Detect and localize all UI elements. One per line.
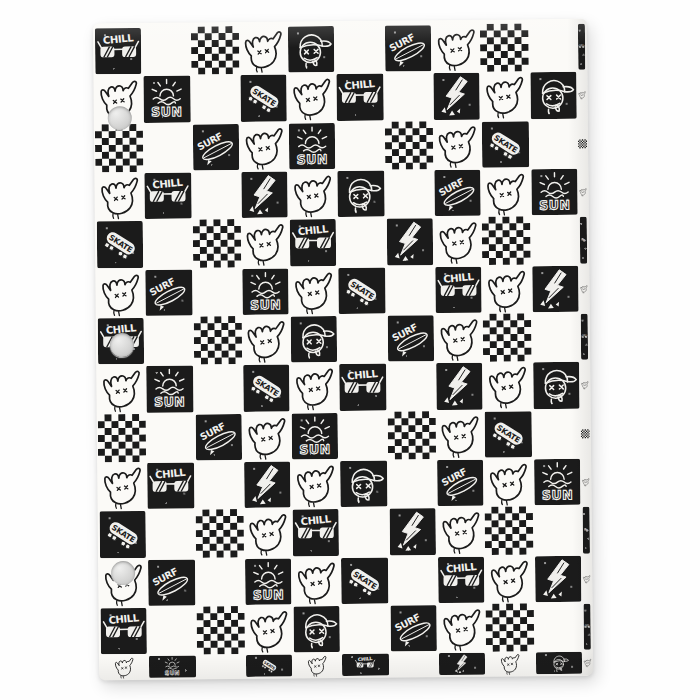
pattern-cell-face-r13c5 (293, 605, 342, 654)
black-square: SKATE (485, 411, 532, 458)
pattern-cell-checker-r7c3 (193, 316, 242, 365)
pattern-cell-shaka-r8c1 (97, 365, 146, 414)
chill-sunglasses-icon: CHILL (145, 172, 192, 219)
binder-hole (111, 561, 135, 585)
pattern-cell-face-r7c5 (290, 315, 339, 364)
chill-label: CHILL (446, 561, 478, 575)
pattern-cell-chill-r4c2: CHILL (144, 171, 193, 220)
black-square: SUN (534, 459, 581, 506)
pattern-cell-shaka-r5c8 (434, 217, 483, 266)
shaka-hand-icon (432, 24, 481, 73)
shaka-hand-icon (582, 554, 591, 602)
shaka-hand-icon (580, 361, 589, 409)
skater-face-icon (341, 461, 388, 508)
mini-checkerboard (483, 313, 532, 362)
shaka-hand-icon (240, 122, 289, 171)
surfboard-icon: SURF (146, 269, 193, 316)
pattern-cell-surf-r4c8: SURF (433, 169, 482, 218)
pattern-cell-shaka-r12c11 (582, 554, 591, 602)
black-square: SUN (531, 169, 578, 216)
pattern-cell-shaka-r12c9 (485, 555, 534, 604)
black-square: SURF (434, 170, 481, 217)
pattern-cell-surf-r10c8: SURF (436, 459, 485, 508)
pattern-cell-bolt-r10c4 (243, 461, 292, 510)
sun-label: SUN (250, 297, 281, 312)
pattern-cell-blank-r12c3 (196, 558, 245, 607)
lightning-bolt-icon (387, 219, 434, 266)
black-square: SURF (195, 414, 242, 461)
black-square: SURF (146, 269, 193, 316)
pattern-cell-blank-r11c6 (340, 508, 389, 557)
pattern-cell-shaka-r10c5 (291, 460, 340, 509)
chill-sunglasses-icon: CHILL (95, 28, 142, 75)
black-square: CHILL (147, 463, 194, 510)
pattern-cell-shaka-r9c4 (242, 412, 291, 461)
surfboard-icon: SURF (192, 124, 239, 171)
black-square (288, 26, 335, 73)
pattern-cell-shaka-r6c9 (483, 265, 532, 314)
pattern-cell-blank-r5c10 (530, 216, 579, 265)
product-photo: CHILLSURFCHILLSUNSKATECHILLSURFSUNSKATEC… (0, 0, 700, 700)
skater-face-icon (338, 171, 385, 218)
shaka-hand-icon (289, 267, 338, 316)
mini-checkerboard (387, 411, 436, 460)
pattern-cell-shaka-r4c9 (482, 168, 531, 217)
pattern-cell-surf-r1c7: SURF (384, 24, 433, 73)
pattern-cell-checker-r13c3 (196, 606, 245, 655)
pattern-cell-sun-r2c2: SUN (143, 75, 192, 124)
sun-label: SUN (253, 587, 284, 602)
chill-label: CHILL (298, 224, 330, 238)
shaka-hand-icon (239, 26, 288, 75)
pattern-cell-skate-r11c11: SKATE (581, 506, 590, 554)
sun-waves-icon: SUN (289, 123, 336, 170)
pattern-cell-skate-r9c9: SKATE (484, 410, 533, 459)
pattern-cell-sun-r14c2: SUN (148, 655, 197, 679)
chill-label: CHILL (108, 612, 140, 626)
lightning-bolt-icon (389, 509, 436, 556)
sun-label: SUN (300, 441, 331, 456)
shaka-hand-icon (96, 269, 145, 318)
pattern-cell-checker-r1c9 (480, 23, 529, 72)
pattern-cell-blank-r6c3 (193, 268, 242, 317)
sun-waves-icon: SUN (531, 169, 578, 216)
black-square: SKATE (97, 221, 144, 268)
mini-checkerboard (486, 603, 535, 652)
pattern-cell-bolt-r14c8 (438, 652, 487, 676)
lightning-bolt-icon (439, 653, 486, 675)
chill-label: CHILL (102, 32, 134, 46)
pattern-cell-blank-r7c6 (338, 315, 387, 364)
pattern-cell-shaka-r2c5 (288, 73, 337, 122)
pattern-cell-bolt-r8c8 (435, 362, 484, 411)
pattern-cell-shaka-r14c9 (486, 652, 535, 676)
pattern-cell-shaka-r6c1 (96, 269, 145, 318)
pattern-cell-blank-r13c10 (534, 603, 583, 652)
black-square: SUN (289, 123, 336, 170)
pattern-cell-blank-r13c6 (341, 605, 390, 654)
pattern-cell-skate-r6c6: SKATE (338, 266, 387, 315)
black-square: CHILL (293, 509, 340, 556)
pattern-cell-checker-r3c1 (95, 124, 144, 173)
shaka-hand-icon (485, 555, 534, 604)
pattern-cell-shaka-r13c8 (438, 604, 487, 653)
shaka-hand-icon (481, 72, 530, 121)
pattern-cell-shaka-r14c1 (100, 655, 149, 679)
chill-label: CHILL (155, 467, 187, 481)
pattern-cell-blank-r11c10 (533, 506, 582, 555)
pattern-cell-blank-r14c3 (197, 654, 246, 678)
black-square: SUN (242, 268, 289, 315)
pattern-cell-skate-r2c4: SKATE (239, 74, 288, 123)
black-square: SKATE (243, 365, 290, 412)
pattern-cell-shaka-r2c11 (577, 71, 586, 119)
pattern-cell-checker-r9c7 (387, 411, 436, 460)
shaka-hand-icon (578, 168, 587, 216)
shaka-hand-icon (484, 362, 533, 411)
pattern-cell-blank-r2c3 (191, 74, 240, 123)
surfboard-icon: SURF (148, 559, 195, 606)
black-square: SKATE (246, 655, 293, 677)
black-square: CHILL (342, 654, 389, 676)
chill-sunglasses-icon: CHILL (583, 604, 590, 650)
black-square: SUN (245, 558, 292, 605)
black-square: SURF (437, 460, 484, 507)
skater-face-icon (530, 72, 577, 119)
pattern-cell-shaka-r8c5 (290, 363, 339, 412)
black-square: SURF (387, 315, 434, 362)
skateboard-icon: SKATE (100, 511, 147, 558)
shaka-hand-icon (292, 557, 341, 606)
pattern-cell-shaka-r4c1 (95, 172, 144, 221)
skateboard-icon: SKATE (582, 507, 589, 553)
pattern-cell-shaka-r6c5 (289, 267, 338, 316)
pattern-cell-shaka-r7c4 (242, 316, 291, 365)
binder-hole (108, 106, 132, 130)
black-square (241, 172, 288, 219)
shaka-hand-icon (242, 412, 291, 461)
black-square: SKATE (582, 507, 589, 553)
pattern-cell-blank-r12c7 (389, 556, 438, 605)
pattern-cell-skate-r5c1: SKATE (96, 220, 145, 269)
shaka-hand-icon (577, 71, 586, 119)
black-square (389, 509, 436, 556)
pattern-cell-blank-r3c10 (529, 119, 578, 168)
pattern-cell-blank-r7c2 (145, 316, 194, 365)
pattern-cell-chill-r5c5: CHILL (289, 218, 338, 267)
pattern-cell-bolt-r2c8 (432, 72, 481, 121)
black-square: SKATE (341, 557, 388, 604)
shaka-hand-icon (579, 264, 588, 312)
lightning-bolt-icon (436, 363, 483, 410)
pattern-cell-chill-r11c5: CHILL (292, 508, 341, 557)
sun-waves-icon: SUN (242, 268, 289, 315)
pattern-cell-blank-r1c6 (335, 25, 384, 74)
sun-waves-icon: SUN (292, 413, 339, 460)
black-square: SKATE (482, 121, 529, 168)
pattern-cell-surf-r3c3: SURF (191, 123, 240, 172)
pattern-cell-chill-r13c1: CHILL (99, 607, 148, 656)
pattern-cell-shaka-r8c11 (580, 361, 589, 409)
pattern-cell-shaka-r6c11 (579, 264, 588, 312)
black-square: SUN (146, 366, 193, 413)
chill-sunglasses-icon: CHILL (290, 219, 337, 266)
shaka-hand-icon (435, 314, 484, 363)
black-square: SKATE (339, 267, 386, 314)
pattern-cell-blank-r4c3 (192, 171, 241, 220)
black-square: CHILL (581, 314, 588, 360)
pattern-cell-surf-r12c2: SURF (147, 558, 196, 607)
pattern-cell-shaka-r3c8 (433, 120, 482, 169)
mini-checkerboard (578, 119, 587, 167)
folder: CHILLSURFCHILLSUNSKATECHILLSURFSUNSKATEC… (93, 19, 593, 681)
pattern-cell-shaka-r10c9 (484, 458, 533, 507)
pattern-cell-shaka-r11c4 (243, 509, 292, 558)
lightning-bolt-icon (532, 265, 579, 312)
pattern-cell-shaka-r14c5 (293, 653, 342, 677)
black-square (439, 653, 486, 675)
pattern-cell-bolt-r4c4 (240, 171, 289, 220)
pattern-cell-shaka-r13c4 (244, 606, 293, 655)
black-square (294, 606, 341, 653)
pattern-cell-checker-r5c9 (482, 217, 531, 266)
pattern-cell-chill-r1c1: CHILL (94, 27, 143, 76)
pattern-cell-skate-r12c6: SKATE (340, 556, 389, 605)
black-square: SUN (144, 76, 191, 123)
pattern-cell-blank-r6c7 (386, 266, 435, 315)
shaka-hand-icon (288, 170, 337, 219)
shaka-hand-icon (243, 509, 292, 558)
black-square (530, 72, 577, 119)
pattern-cell-shaka-r5c4 (241, 219, 290, 268)
pattern-cell-chill-r8c6: CHILL (339, 363, 388, 412)
skateboard-icon: SKATE (339, 267, 386, 314)
black-square: SKATE (580, 217, 587, 263)
sun-label: SUN (165, 669, 180, 676)
pattern-cell-blank-r1c2 (142, 26, 191, 75)
shaka-hand-icon (244, 606, 293, 655)
shaka-hand-icon (483, 265, 532, 314)
mini-checkerboard (482, 217, 531, 266)
mini-checkerboard (485, 507, 534, 556)
black-square (341, 461, 388, 508)
skater-face-icon (291, 316, 338, 363)
pattern-cell-checker-r5c3 (192, 219, 241, 268)
mini-checkerboard (95, 124, 144, 173)
shaka-hand-icon (484, 458, 533, 507)
skateboard-icon: SKATE (482, 121, 529, 168)
sun-label: SUN (539, 197, 570, 212)
pattern-cell-bolt-r5c7 (386, 217, 435, 266)
pattern-cell-sun-r12c4: SUN (244, 557, 293, 606)
pattern-cell-checker-r9c1 (98, 414, 147, 463)
pattern-cell-skate-r14c4: SKATE (245, 654, 294, 678)
chill-sunglasses-icon: CHILL (337, 74, 384, 121)
skater-face-icon (294, 606, 341, 653)
pattern-cell-blank-r7c10 (531, 313, 580, 362)
chill-label: CHILL (347, 368, 379, 382)
black-square (533, 362, 580, 409)
lightning-bolt-icon (241, 172, 288, 219)
sun-label: SUN (297, 151, 328, 166)
pattern-cell-chill-r12c8: CHILL (437, 555, 486, 604)
pattern-cell-shaka-r1c4 (239, 26, 288, 75)
black-square: SKATE (100, 511, 147, 558)
pattern-cell-shaka-r1c8 (432, 24, 481, 73)
chill-label: CHILL (344, 78, 376, 92)
pattern-cell-face-r2c10 (529, 71, 578, 120)
sun-label: SUN (154, 394, 185, 409)
shaka-hand-icon (434, 217, 483, 266)
pattern-cell-chill-r10c2: CHILL (146, 462, 195, 511)
black-square: SUN (292, 413, 339, 460)
black-square: SURF (148, 559, 195, 606)
black-square: SURF (192, 124, 239, 171)
shaka-hand-icon (482, 168, 531, 217)
shaka-hand-icon (242, 316, 291, 365)
pattern-cell-blank-r3c6 (336, 121, 385, 170)
surfboard-icon: SURF (385, 25, 432, 72)
pattern-cell-blank-r8c3 (194, 364, 243, 413)
pattern-cell-blank-r9c6 (339, 411, 388, 460)
pattern-cell-shaka-r4c5 (288, 170, 337, 219)
black-square: CHILL (95, 28, 142, 75)
shaka-hand-icon (95, 172, 144, 221)
surfboard-icon: SURF (434, 170, 481, 217)
pattern-cell-skate-r5c11: SKATE (579, 216, 588, 264)
shaka-hand-icon (241, 219, 290, 268)
skateboard-icon: SKATE (240, 75, 287, 122)
black-square: SURF (385, 25, 432, 72)
pattern-cell-shaka-r12c5 (292, 557, 341, 606)
surfboard-icon: SURF (195, 414, 242, 461)
black-square: CHILL (583, 604, 590, 650)
pattern-cell-chill-r1c11: CHILL (577, 23, 586, 71)
black-square (433, 73, 480, 120)
black-square (532, 265, 579, 312)
pattern-cell-shaka-r10c11 (581, 458, 590, 506)
shaka-hand-icon (98, 462, 147, 511)
black-square (536, 652, 583, 674)
lightning-bolt-icon (535, 556, 582, 603)
black-square: CHILL (578, 24, 585, 70)
pattern-cell-checker-r11c9 (485, 507, 534, 556)
pattern-cell-blank-r5c2 (144, 220, 193, 269)
shaka-hand-icon (290, 363, 339, 412)
pattern-cell-skate-r3c9: SKATE (481, 120, 530, 169)
sun-waves-icon: SUN (149, 656, 196, 678)
skateboard-icon: SKATE (341, 557, 388, 604)
black-square (291, 316, 338, 363)
pattern-cell-blank-r8c7 (387, 363, 436, 412)
surfboard-icon: SURF (387, 315, 434, 362)
black-square: CHILL (438, 556, 485, 603)
pattern-cell-checker-r11c3 (195, 509, 244, 558)
pattern-cell-skate-r11c1: SKATE (99, 510, 148, 559)
shaka-hand-icon (433, 120, 482, 169)
pattern-cell-blank-r10c7 (388, 459, 437, 508)
lightning-bolt-icon (433, 73, 480, 120)
pattern-grid: CHILLSURFCHILLSUNSKATECHILLSURFSUNSKATEC… (94, 23, 592, 680)
pattern-cell-chill-r7c11: CHILL (580, 313, 589, 361)
mini-checkerboard (480, 23, 529, 72)
black-square (436, 363, 483, 410)
shaka-hand-icon (291, 460, 340, 509)
pattern-cell-checker-r1c3 (190, 26, 239, 75)
pattern-cell-blank-r9c10 (532, 409, 581, 458)
pattern-cell-sun-r6c4: SUN (241, 267, 290, 316)
mini-checkerboard (190, 26, 239, 75)
pattern-cell-blank-r13c2 (148, 607, 197, 656)
binder-hole (110, 333, 134, 357)
pattern-cell-checker-r3c7 (385, 121, 434, 170)
pattern-cell-surf-r13c7: SURF (389, 604, 438, 653)
pattern-cell-blank-r11c2 (147, 510, 196, 559)
mini-checkerboard (193, 316, 242, 365)
black-square: CHILL (100, 608, 147, 655)
shaka-hand-icon (436, 410, 485, 459)
pattern-cell-blank-r2c7 (384, 72, 433, 121)
mini-checkerboard (581, 409, 590, 457)
pattern-cell-chill-r2c6: CHILL (336, 73, 385, 122)
pattern-cell-blank-r10c3 (195, 461, 244, 510)
chill-sunglasses-icon: CHILL (147, 463, 194, 510)
black-square (338, 171, 385, 218)
pattern-cell-checker-r13c9 (486, 603, 535, 652)
black-square: CHILL (145, 172, 192, 219)
mini-checkerboard (196, 606, 245, 655)
mini-checkerboard (385, 121, 434, 170)
pattern-cell-bolt-r11c7 (388, 508, 437, 557)
chill-label: CHILL (152, 177, 184, 191)
skateboard-icon: SKATE (243, 365, 290, 412)
black-square: SUN (149, 656, 196, 678)
skater-face-icon (288, 26, 335, 73)
pattern-cell-chill-r13c11: CHILL (582, 603, 591, 651)
shaka-hand-icon (437, 507, 486, 556)
chill-label: CHILL (443, 271, 475, 285)
pattern-cell-surf-r9c3: SURF (194, 413, 243, 462)
sun-waves-icon: SUN (144, 76, 191, 123)
pattern-cell-shaka-r4c11 (578, 168, 587, 216)
mini-checkerboard (195, 509, 244, 558)
chill-sunglasses-icon: CHILL (293, 509, 340, 556)
pattern-cell-checker-r9c11 (581, 409, 590, 457)
black-square: SKATE (240, 75, 287, 122)
mini-checkerboard (98, 414, 147, 463)
pattern-cell-bolt-r12c10 (534, 554, 583, 603)
skateboard-icon: SKATE (97, 221, 144, 268)
chill-sunglasses-icon: CHILL (342, 654, 389, 676)
shaka-hand-icon (100, 655, 149, 679)
black-square: CHILL (340, 364, 387, 411)
shaka-hand-icon (293, 653, 342, 677)
black-square (387, 219, 434, 266)
black-square: CHILL (290, 219, 337, 266)
pattern-cell-blank-r3c2 (143, 123, 192, 172)
pattern-cell-shaka-r2c9 (481, 72, 530, 121)
skater-face-icon (533, 362, 580, 409)
sun-label: SUN (542, 487, 573, 502)
surfboard-icon: SURF (437, 460, 484, 507)
chill-sunglasses-icon: CHILL (435, 266, 482, 313)
pattern-cell-surf-r6c2: SURF (145, 268, 194, 317)
pattern-cell-shaka-r11c8 (437, 507, 486, 556)
shaka-hand-icon (97, 365, 146, 414)
skater-face-icon (536, 652, 583, 674)
pattern-cell-blank-r9c2 (146, 413, 195, 462)
shaka-hand-icon (583, 651, 592, 675)
